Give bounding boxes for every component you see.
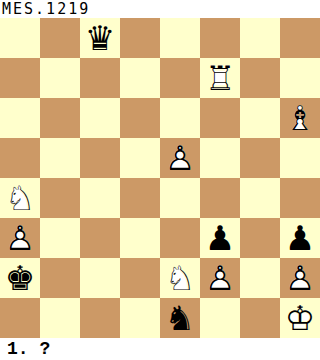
- puzzle-title: MES.1219: [0, 0, 320, 18]
- square-c8[interactable]: ♛: [80, 18, 120, 58]
- square-b3[interactable]: [40, 218, 80, 258]
- square-b2[interactable]: [40, 258, 80, 298]
- square-b5[interactable]: [40, 138, 80, 178]
- square-h7[interactable]: [280, 58, 320, 98]
- square-g5[interactable]: [240, 138, 280, 178]
- chess-board: ♛♜♖♝♗♟♙♞♘♟♙♟♟♚♞♘♟♙♟♙♞♚♔: [0, 18, 320, 338]
- square-a3[interactable]: ♟♙: [0, 218, 40, 258]
- square-e4[interactable]: [160, 178, 200, 218]
- square-g6[interactable]: [240, 98, 280, 138]
- square-a1[interactable]: [0, 298, 40, 338]
- white-knight: ♞♘: [165, 261, 195, 295]
- square-c7[interactable]: [80, 58, 120, 98]
- square-d4[interactable]: [120, 178, 160, 218]
- square-c3[interactable]: [80, 218, 120, 258]
- square-d6[interactable]: [120, 98, 160, 138]
- white-pawn: ♟♙: [165, 141, 195, 175]
- square-e6[interactable]: [160, 98, 200, 138]
- square-f5[interactable]: [200, 138, 240, 178]
- square-h5[interactable]: [280, 138, 320, 178]
- square-f8[interactable]: [200, 18, 240, 58]
- square-g3[interactable]: [240, 218, 280, 258]
- square-d5[interactable]: [120, 138, 160, 178]
- square-d8[interactable]: [120, 18, 160, 58]
- square-d2[interactable]: [120, 258, 160, 298]
- square-f4[interactable]: [200, 178, 240, 218]
- square-a8[interactable]: [0, 18, 40, 58]
- black-pawn: ♟: [205, 221, 235, 255]
- square-h2[interactable]: ♟♙: [280, 258, 320, 298]
- square-f6[interactable]: [200, 98, 240, 138]
- white-bishop: ♝♗: [285, 101, 315, 135]
- square-c1[interactable]: [80, 298, 120, 338]
- square-b4[interactable]: [40, 178, 80, 218]
- square-f7[interactable]: ♜♖: [200, 58, 240, 98]
- square-h3[interactable]: ♟: [280, 218, 320, 258]
- square-e8[interactable]: [160, 18, 200, 58]
- square-a6[interactable]: [0, 98, 40, 138]
- square-e7[interactable]: [160, 58, 200, 98]
- square-c2[interactable]: [80, 258, 120, 298]
- square-h6[interactable]: ♝♗: [280, 98, 320, 138]
- square-c6[interactable]: [80, 98, 120, 138]
- square-g8[interactable]: [240, 18, 280, 58]
- square-a2[interactable]: ♚: [0, 258, 40, 298]
- move-prompt: 1. ?: [0, 338, 320, 360]
- square-a5[interactable]: [0, 138, 40, 178]
- square-d7[interactable]: [120, 58, 160, 98]
- square-g2[interactable]: [240, 258, 280, 298]
- square-b7[interactable]: [40, 58, 80, 98]
- square-d3[interactable]: [120, 218, 160, 258]
- white-rook: ♜♖: [205, 61, 235, 95]
- white-knight: ♞♘: [5, 181, 35, 215]
- square-f3[interactable]: ♟: [200, 218, 240, 258]
- white-pawn: ♟♙: [5, 221, 35, 255]
- square-g1[interactable]: [240, 298, 280, 338]
- square-e3[interactable]: [160, 218, 200, 258]
- square-e1[interactable]: ♞: [160, 298, 200, 338]
- square-b8[interactable]: [40, 18, 80, 58]
- black-queen: ♛: [85, 21, 115, 55]
- chess-puzzle-page: MES.1219 ♛♜♖♝♗♟♙♞♘♟♙♟♟♚♞♘♟♙♟♙♞♚♔ 1. ?: [0, 0, 320, 360]
- square-e5[interactable]: ♟♙: [160, 138, 200, 178]
- square-h8[interactable]: [280, 18, 320, 58]
- square-a7[interactable]: [0, 58, 40, 98]
- square-f2[interactable]: ♟♙: [200, 258, 240, 298]
- square-c5[interactable]: [80, 138, 120, 178]
- square-h4[interactable]: [280, 178, 320, 218]
- square-b6[interactable]: [40, 98, 80, 138]
- square-a4[interactable]: ♞♘: [0, 178, 40, 218]
- square-g7[interactable]: [240, 58, 280, 98]
- square-f1[interactable]: [200, 298, 240, 338]
- square-b1[interactable]: [40, 298, 80, 338]
- square-h1[interactable]: ♚♔: [280, 298, 320, 338]
- square-g4[interactable]: [240, 178, 280, 218]
- black-knight: ♞: [165, 301, 195, 335]
- white-pawn: ♟♙: [205, 261, 235, 295]
- white-king: ♚♔: [285, 301, 315, 335]
- square-d1[interactable]: [120, 298, 160, 338]
- square-c4[interactable]: [80, 178, 120, 218]
- black-king: ♚: [5, 261, 35, 295]
- square-e2[interactable]: ♞♘: [160, 258, 200, 298]
- black-pawn: ♟: [285, 221, 315, 255]
- white-pawn: ♟♙: [285, 261, 315, 295]
